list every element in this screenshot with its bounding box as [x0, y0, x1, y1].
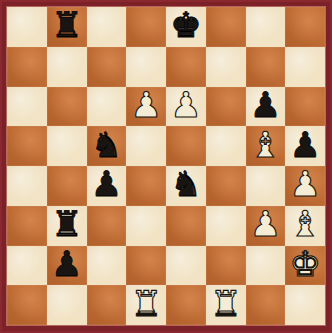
square-c4[interactable]: ♟ [87, 166, 127, 206]
square-f3[interactable] [206, 206, 246, 246]
square-a7[interactable] [7, 47, 47, 87]
square-f7[interactable] [206, 47, 246, 87]
square-c3[interactable] [87, 206, 127, 246]
square-b1[interactable] [47, 285, 87, 325]
square-h7[interactable] [285, 47, 325, 87]
square-g8[interactable] [246, 7, 286, 47]
square-a3[interactable] [7, 206, 47, 246]
white-bishop-h3[interactable]: ♝ [289, 207, 320, 242]
square-g6[interactable]: ♟ [246, 87, 286, 127]
white-bishop-g5[interactable]: ♝ [250, 128, 281, 163]
square-g7[interactable] [246, 47, 286, 87]
square-b3[interactable]: ♜ [47, 206, 87, 246]
square-b4[interactable] [47, 166, 87, 206]
square-d8[interactable] [126, 7, 166, 47]
square-g2[interactable] [246, 246, 286, 286]
square-h4[interactable]: ♟ [285, 166, 325, 206]
board-frame: ♜♚♟♟♟♞♝♟♟♞♟♜♟♝♟♚♜♜ [0, 0, 332, 333]
chess-board: ♜♚♟♟♟♞♝♟♟♞♟♜♟♝♟♚♜♜ [7, 7, 325, 325]
square-c5[interactable]: ♞ [87, 126, 127, 166]
square-h2[interactable]: ♚ [285, 246, 325, 286]
white-rook-f1[interactable]: ♜ [210, 287, 241, 322]
square-c6[interactable] [87, 87, 127, 127]
square-c1[interactable] [87, 285, 127, 325]
square-h1[interactable] [285, 285, 325, 325]
square-f1[interactable]: ♜ [206, 285, 246, 325]
square-b6[interactable] [47, 87, 87, 127]
square-a4[interactable] [7, 166, 47, 206]
square-a5[interactable] [7, 126, 47, 166]
square-f8[interactable] [206, 7, 246, 47]
white-king-h2[interactable]: ♚ [289, 247, 320, 282]
square-d5[interactable] [126, 126, 166, 166]
square-f5[interactable] [206, 126, 246, 166]
square-h3[interactable]: ♝ [285, 206, 325, 246]
square-d6[interactable]: ♟ [126, 87, 166, 127]
square-e1[interactable] [166, 285, 206, 325]
black-pawn-c4[interactable]: ♟ [91, 167, 122, 202]
black-pawn-g6[interactable]: ♟ [250, 88, 281, 123]
square-a8[interactable] [7, 7, 47, 47]
square-f4[interactable] [206, 166, 246, 206]
white-pawn-d6[interactable]: ♟ [130, 88, 161, 123]
square-c7[interactable] [87, 47, 127, 87]
square-h5[interactable]: ♟ [285, 126, 325, 166]
square-e6[interactable]: ♟ [166, 87, 206, 127]
white-rook-d1[interactable]: ♜ [130, 287, 161, 322]
white-pawn-e6[interactable]: ♟ [170, 88, 201, 123]
white-pawn-h4[interactable]: ♟ [289, 167, 320, 202]
square-g1[interactable] [246, 285, 286, 325]
square-b5[interactable] [47, 126, 87, 166]
square-f2[interactable] [206, 246, 246, 286]
square-e2[interactable] [166, 246, 206, 286]
square-b8[interactable]: ♜ [47, 7, 87, 47]
square-a2[interactable] [7, 246, 47, 286]
square-a1[interactable] [7, 285, 47, 325]
square-h6[interactable] [285, 87, 325, 127]
black-knight-e4[interactable]: ♞ [170, 167, 201, 202]
square-f6[interactable] [206, 87, 246, 127]
square-a6[interactable] [7, 87, 47, 127]
square-b7[interactable] [47, 47, 87, 87]
black-pawn-b2[interactable]: ♟ [51, 247, 82, 282]
square-e4[interactable]: ♞ [166, 166, 206, 206]
black-rook-b3[interactable]: ♜ [51, 207, 82, 242]
square-g5[interactable]: ♝ [246, 126, 286, 166]
square-h8[interactable] [285, 7, 325, 47]
black-pawn-h5[interactable]: ♟ [289, 128, 320, 163]
square-e5[interactable] [166, 126, 206, 166]
square-d3[interactable] [126, 206, 166, 246]
square-d2[interactable] [126, 246, 166, 286]
square-c8[interactable] [87, 7, 127, 47]
white-pawn-g3[interactable]: ♟ [250, 207, 281, 242]
square-b2[interactable]: ♟ [47, 246, 87, 286]
square-e3[interactable] [166, 206, 206, 246]
square-c2[interactable] [87, 246, 127, 286]
square-e8[interactable]: ♚ [166, 7, 206, 47]
black-rook-b8[interactable]: ♜ [51, 8, 82, 43]
square-e7[interactable] [166, 47, 206, 87]
square-g4[interactable] [246, 166, 286, 206]
page: ♜♚♟♟♟♞♝♟♟♞♟♜♟♝♟♚♜♜ [0, 0, 332, 333]
black-king-e8[interactable]: ♚ [170, 8, 201, 43]
square-g3[interactable]: ♟ [246, 206, 286, 246]
square-d4[interactable] [126, 166, 166, 206]
square-d7[interactable] [126, 47, 166, 87]
square-d1[interactable]: ♜ [126, 285, 166, 325]
black-knight-c5[interactable]: ♞ [91, 128, 122, 163]
